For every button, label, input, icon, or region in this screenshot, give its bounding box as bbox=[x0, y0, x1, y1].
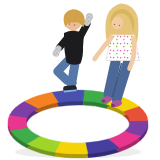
girl-eye bbox=[119, 25, 121, 27]
boy-bent-leg bbox=[58, 61, 68, 81]
girl-right-shoe-toe bbox=[111, 104, 115, 107]
boy-eye bbox=[74, 24, 76, 26]
boy-figure bbox=[53, 9, 93, 92]
boy-raised-fist bbox=[86, 13, 93, 20]
balance-ring bbox=[8, 90, 148, 154]
boy-eye bbox=[69, 23, 71, 25]
girl-face bbox=[112, 17, 124, 30]
boy-lower-fist bbox=[53, 50, 60, 57]
product-photo bbox=[0, 0, 160, 160]
ring-segment-pink bbox=[8, 115, 28, 130]
girl-left-shoe-toe bbox=[102, 99, 106, 102]
girl-eye bbox=[114, 24, 116, 26]
scene-svg bbox=[0, 0, 160, 160]
